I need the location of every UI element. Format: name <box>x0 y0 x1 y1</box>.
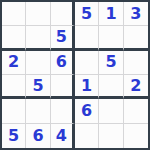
cell-r6c2[interactable]: 6 <box>26 124 50 148</box>
cell-r6c1[interactable]: 5 <box>2 124 26 148</box>
cell-r4c1[interactable] <box>2 75 26 99</box>
cell-r3c5[interactable]: 5 <box>99 51 123 75</box>
cell-r6c3[interactable]: 4 <box>51 124 75 148</box>
cell-r5c6[interactable] <box>124 99 148 123</box>
cell-r6c6[interactable] <box>124 124 148 148</box>
cell-r6c5[interactable] <box>99 124 123 148</box>
cell-r3c1[interactable]: 2 <box>2 51 26 75</box>
cell-r2c2[interactable] <box>26 26 50 50</box>
cell-r1c6[interactable]: 3 <box>124 2 148 26</box>
cell-r5c1[interactable] <box>2 99 26 123</box>
cell-r2c1[interactable] <box>2 26 26 50</box>
cell-r5c2[interactable] <box>26 99 50 123</box>
cell-r3c3[interactable]: 6 <box>51 51 75 75</box>
sudoku-board: 51352655126564 <box>0 0 150 150</box>
cell-r1c2[interactable] <box>26 2 50 26</box>
cell-r2c4[interactable] <box>75 26 99 50</box>
cell-r1c3[interactable] <box>51 2 75 26</box>
cell-r1c1[interactable] <box>2 2 26 26</box>
cell-r5c4[interactable]: 6 <box>75 99 99 123</box>
cell-r1c4[interactable]: 5 <box>75 2 99 26</box>
cell-r5c3[interactable] <box>51 99 75 123</box>
cell-r2c5[interactable] <box>99 26 123 50</box>
cell-r2c3[interactable]: 5 <box>51 26 75 50</box>
cell-r3c6[interactable] <box>124 51 148 75</box>
cell-r6c4[interactable] <box>75 124 99 148</box>
cell-r4c6[interactable]: 2 <box>124 75 148 99</box>
cell-r2c6[interactable] <box>124 26 148 50</box>
cell-r4c5[interactable] <box>99 75 123 99</box>
cell-r4c3[interactable] <box>51 75 75 99</box>
cell-r4c4[interactable]: 1 <box>75 75 99 99</box>
cell-r5c5[interactable] <box>99 99 123 123</box>
cell-r3c4[interactable] <box>75 51 99 75</box>
cell-r3c2[interactable] <box>26 51 50 75</box>
cell-r4c2[interactable]: 5 <box>26 75 50 99</box>
cell-r1c5[interactable]: 1 <box>99 2 123 26</box>
